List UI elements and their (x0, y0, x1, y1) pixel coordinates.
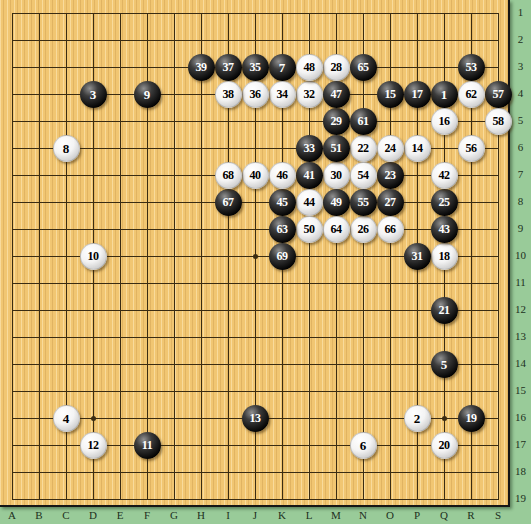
stone-move-number: 58 (493, 115, 504, 127)
stone-move-number: 16 (439, 115, 450, 127)
stone-black-3[interactable]: 3 (80, 81, 107, 108)
stone-white-22[interactable]: 22 (350, 135, 377, 162)
stone-move-number: 69 (277, 250, 288, 262)
stone-black-29[interactable]: 29 (323, 108, 350, 135)
col-label-D: D (84, 509, 102, 521)
stone-white-32[interactable]: 32 (296, 81, 323, 108)
stone-white-30[interactable]: 30 (323, 162, 350, 189)
stone-white-16[interactable]: 16 (431, 108, 458, 135)
stone-move-number: 46 (277, 169, 288, 181)
stone-white-26[interactable]: 26 (350, 216, 377, 243)
stone-white-68[interactable]: 68 (215, 162, 242, 189)
stone-black-37[interactable]: 37 (215, 54, 242, 81)
row-label-12: 12 (510, 303, 531, 315)
stone-move-number: 12 (88, 439, 99, 451)
stone-white-56[interactable]: 56 (458, 135, 485, 162)
stone-black-19[interactable]: 19 (458, 405, 485, 432)
stone-white-48[interactable]: 48 (296, 54, 323, 81)
stone-black-27[interactable]: 27 (377, 189, 404, 216)
col-label-H: H (192, 509, 210, 521)
stone-black-9[interactable]: 9 (134, 81, 161, 108)
stone-white-62[interactable]: 62 (458, 81, 485, 108)
stone-move-number: 15 (385, 88, 396, 100)
stone-white-58[interactable]: 58 (485, 108, 512, 135)
star-point (91, 416, 96, 421)
stone-move-number: 48 (304, 61, 315, 73)
stone-move-number: 65 (358, 61, 369, 73)
col-label-P: P (408, 509, 426, 521)
stone-move-number: 32 (304, 88, 315, 100)
stone-move-number: 29 (331, 115, 342, 127)
row-label-4: 4 (510, 87, 531, 99)
stone-black-53[interactable]: 53 (458, 54, 485, 81)
star-point (253, 254, 258, 259)
grid-line-vertical (363, 13, 364, 500)
stone-move-number: 68 (223, 169, 234, 181)
row-label-1: 1 (510, 6, 531, 18)
row-label-3: 3 (510, 60, 531, 72)
stone-move-number: 4 (63, 412, 70, 425)
stone-move-number: 66 (385, 223, 396, 235)
stone-move-number: 14 (412, 142, 423, 154)
stone-black-31[interactable]: 31 (404, 243, 431, 270)
stone-move-number: 8 (63, 142, 70, 155)
grid-line-horizontal (12, 310, 499, 311)
stone-move-number: 7 (279, 61, 286, 74)
stone-move-number: 55 (358, 196, 369, 208)
stone-black-55[interactable]: 55 (350, 189, 377, 216)
stone-white-6[interactable]: 6 (350, 432, 377, 459)
col-label-G: G (165, 509, 183, 521)
stone-move-number: 11 (142, 439, 152, 451)
stone-move-number: 56 (466, 142, 477, 154)
stone-white-44[interactable]: 44 (296, 189, 323, 216)
stone-move-number: 64 (331, 223, 342, 235)
col-label-Q: Q (435, 509, 453, 521)
row-label-9: 9 (510, 222, 531, 234)
go-diagram-page: 1234567891011121314151617181920212223242… (0, 0, 531, 524)
stone-move-number: 10 (88, 250, 99, 262)
stone-move-number: 47 (331, 88, 342, 100)
stone-move-number: 31 (412, 250, 423, 262)
stone-move-number: 9 (144, 88, 151, 101)
col-label-A: A (3, 509, 21, 521)
stone-move-number: 6 (360, 439, 367, 452)
row-label-6: 6 (510, 141, 531, 153)
grid-line-horizontal (12, 283, 499, 284)
stone-black-43[interactable]: 43 (431, 216, 458, 243)
grid-line-horizontal (12, 499, 499, 500)
stone-black-11[interactable]: 11 (134, 432, 161, 459)
stone-move-number: 42 (439, 169, 450, 181)
stone-white-12[interactable]: 12 (80, 432, 107, 459)
stone-move-number: 53 (466, 61, 477, 73)
col-label-F: F (138, 509, 156, 521)
stone-white-54[interactable]: 54 (350, 162, 377, 189)
col-label-E: E (111, 509, 129, 521)
stone-move-number: 37 (223, 61, 234, 73)
stone-move-number: 19 (466, 412, 477, 424)
stone-black-13[interactable]: 13 (242, 405, 269, 432)
stone-move-number: 17 (412, 88, 423, 100)
col-label-R: R (462, 509, 480, 521)
stone-move-number: 36 (250, 88, 261, 100)
col-label-J: J (246, 509, 264, 521)
stone-move-number: 25 (439, 196, 450, 208)
col-label-O: O (381, 509, 399, 521)
stone-move-number: 45 (277, 196, 288, 208)
stone-black-35[interactable]: 35 (242, 54, 269, 81)
col-label-C: C (57, 509, 75, 521)
stone-move-number: 3 (90, 88, 97, 101)
stone-black-65[interactable]: 65 (350, 54, 377, 81)
row-label-7: 7 (510, 168, 531, 180)
stone-move-number: 33 (304, 142, 315, 154)
stone-move-number: 43 (439, 223, 450, 235)
stone-move-number: 5 (441, 358, 448, 371)
col-label-L: L (300, 509, 318, 521)
stone-black-25[interactable]: 25 (431, 189, 458, 216)
stone-white-36[interactable]: 36 (242, 81, 269, 108)
stone-white-24[interactable]: 24 (377, 135, 404, 162)
grid-line-horizontal (12, 337, 499, 338)
stone-black-7[interactable]: 7 (269, 54, 296, 81)
row-label-13: 13 (510, 330, 531, 342)
stone-black-41[interactable]: 41 (296, 162, 323, 189)
row-label-11: 11 (510, 276, 531, 288)
stone-move-number: 38 (223, 88, 234, 100)
stone-move-number: 20 (439, 439, 450, 451)
row-label-16: 16 (510, 411, 531, 423)
row-label-15: 15 (510, 384, 531, 396)
stone-white-42[interactable]: 42 (431, 162, 458, 189)
col-label-N: N (354, 509, 372, 521)
stone-white-38[interactable]: 38 (215, 81, 242, 108)
stone-black-5[interactable]: 5 (431, 351, 458, 378)
stone-black-51[interactable]: 51 (323, 135, 350, 162)
stone-move-number: 62 (466, 88, 477, 100)
stone-move-number: 24 (385, 142, 396, 154)
row-label-17: 17 (510, 438, 531, 450)
stone-white-46[interactable]: 46 (269, 162, 296, 189)
stone-white-4[interactable]: 4 (53, 405, 80, 432)
stone-white-50[interactable]: 50 (296, 216, 323, 243)
stone-move-number: 40 (250, 169, 261, 181)
row-label-10: 10 (510, 249, 531, 261)
stone-black-67[interactable]: 67 (215, 189, 242, 216)
stone-move-number: 67 (223, 196, 234, 208)
stone-black-1[interactable]: 1 (431, 81, 458, 108)
stone-move-number: 13 (250, 412, 261, 424)
stone-move-number: 22 (358, 142, 369, 154)
stone-move-number: 1 (441, 88, 448, 101)
col-label-K: K (273, 509, 291, 521)
stone-move-number: 21 (439, 304, 450, 316)
stone-move-number: 49 (331, 196, 342, 208)
row-label-19: 19 (510, 492, 531, 504)
stone-white-66[interactable]: 66 (377, 216, 404, 243)
stone-black-15[interactable]: 15 (377, 81, 404, 108)
stone-move-number: 50 (304, 223, 315, 235)
stone-move-number: 18 (439, 250, 450, 262)
stone-white-10[interactable]: 10 (80, 243, 107, 270)
stone-white-2[interactable]: 2 (404, 405, 431, 432)
stone-black-69[interactable]: 69 (269, 243, 296, 270)
row-label-2: 2 (510, 33, 531, 45)
stone-black-47[interactable]: 47 (323, 81, 350, 108)
stone-white-14[interactable]: 14 (404, 135, 431, 162)
stone-move-number: 27 (385, 196, 396, 208)
stone-move-number: 57 (493, 88, 504, 100)
stone-move-number: 35 (250, 61, 261, 73)
grid-line-horizontal (12, 364, 499, 365)
grid-line-horizontal (12, 472, 499, 473)
stone-move-number: 30 (331, 169, 342, 181)
stone-black-39[interactable]: 39 (188, 54, 215, 81)
col-label-S: S (489, 509, 507, 521)
stone-white-34[interactable]: 34 (269, 81, 296, 108)
stone-black-57[interactable]: 57 (485, 81, 512, 108)
grid-line-horizontal (12, 391, 499, 392)
row-label-8: 8 (510, 195, 531, 207)
stone-move-number: 23 (385, 169, 396, 181)
stone-black-23[interactable]: 23 (377, 162, 404, 189)
row-label-5: 5 (510, 114, 531, 126)
stone-move-number: 2 (414, 412, 421, 425)
stone-move-number: 39 (196, 61, 207, 73)
stone-white-18[interactable]: 18 (431, 243, 458, 270)
stone-black-49[interactable]: 49 (323, 189, 350, 216)
stone-move-number: 26 (358, 223, 369, 235)
stone-black-63[interactable]: 63 (269, 216, 296, 243)
stone-black-45[interactable]: 45 (269, 189, 296, 216)
stone-move-number: 41 (304, 169, 315, 181)
row-label-18: 18 (510, 465, 531, 477)
col-label-B: B (30, 509, 48, 521)
stone-white-20[interactable]: 20 (431, 432, 458, 459)
col-label-I: I (219, 509, 237, 521)
stone-black-33[interactable]: 33 (296, 135, 323, 162)
stone-black-61[interactable]: 61 (350, 108, 377, 135)
stone-white-28[interactable]: 28 (323, 54, 350, 81)
stone-move-number: 61 (358, 115, 369, 127)
stone-white-64[interactable]: 64 (323, 216, 350, 243)
stone-move-number: 28 (331, 61, 342, 73)
go-board[interactable]: 1234567891011121314151617181920212223242… (0, 0, 510, 507)
stone-move-number: 44 (304, 196, 315, 208)
stone-white-40[interactable]: 40 (242, 162, 269, 189)
stone-white-8[interactable]: 8 (53, 135, 80, 162)
stone-move-number: 34 (277, 88, 288, 100)
stone-move-number: 54 (358, 169, 369, 181)
stone-black-21[interactable]: 21 (431, 297, 458, 324)
star-point (442, 416, 447, 421)
row-label-14: 14 (510, 357, 531, 369)
stone-black-17[interactable]: 17 (404, 81, 431, 108)
stone-move-number: 63 (277, 223, 288, 235)
stone-move-number: 51 (331, 142, 342, 154)
col-label-M: M (327, 509, 345, 521)
